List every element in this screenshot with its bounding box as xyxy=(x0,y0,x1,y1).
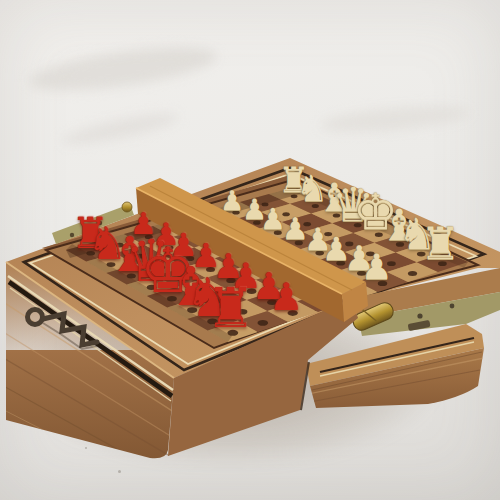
divider-bar-grain xyxy=(150,186,352,290)
divider-bar-top xyxy=(136,178,366,294)
divider-bar-edge xyxy=(136,188,342,294)
travel-chess-set-photo: ♟♟♟♟♟♟♟♟♜♞♝♛♚♝♞♜ ♜♞♝♛♚♝♞♜♟♟♟♟♟♟♟♟ xyxy=(0,0,500,500)
divider-bar xyxy=(0,0,500,500)
divider-bar-front xyxy=(136,188,344,322)
